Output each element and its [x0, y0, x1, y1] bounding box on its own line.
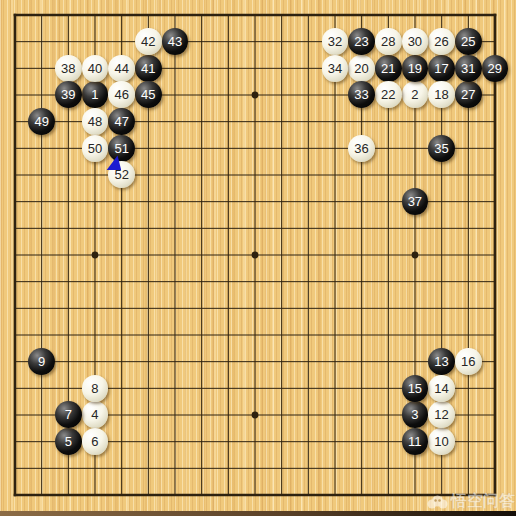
stone-white-36[interactable]: 36: [348, 135, 375, 162]
stone-black-17[interactable]: 17: [428, 55, 455, 82]
stone-white-14[interactable]: 14: [428, 375, 455, 402]
stone-white-50[interactable]: 50: [82, 135, 109, 162]
board-point-de[interactable]: 48: [82, 108, 109, 135]
stone-black-9[interactable]: 9: [28, 348, 55, 375]
stone-black-41[interactable]: 41: [135, 55, 162, 82]
board-point-qf[interactable]: 35: [428, 135, 455, 162]
board-point-cp[interactable]: 7: [55, 402, 82, 429]
board-point-ee[interactable]: 47: [108, 108, 135, 135]
stone-black-5[interactable]: 5: [55, 428, 82, 455]
stone-black-43[interactable]: 43: [162, 28, 189, 55]
stone-white-38[interactable]: 38: [55, 55, 82, 82]
stone-white-28[interactable]: 28: [375, 28, 402, 55]
stone-white-20[interactable]: 20: [348, 55, 375, 82]
board-point-ed[interactable]: 46: [108, 82, 135, 109]
board-point-po[interactable]: 15: [402, 375, 429, 402]
board-point-pd[interactable]: 2: [402, 82, 429, 109]
board-point-qb[interactable]: 26: [428, 28, 455, 55]
board-point-nf[interactable]: 36: [348, 135, 375, 162]
board-point-be[interactable]: 49: [28, 108, 55, 135]
stone-white-10[interactable]: 10: [428, 428, 455, 455]
board-point-qn[interactable]: 13: [428, 348, 455, 375]
board-point-ob[interactable]: 28: [375, 28, 402, 55]
board-point-eg[interactable]: 52: [108, 162, 135, 189]
stone-white-2[interactable]: 2: [402, 81, 429, 108]
stone-white-18[interactable]: 18: [428, 81, 455, 108]
board-point-ef[interactable]: 51: [108, 135, 135, 162]
stone-black-21[interactable]: 21: [375, 55, 402, 82]
board-point-fb[interactable]: 42: [135, 28, 162, 55]
board-point-pq[interactable]: 11: [402, 428, 429, 455]
stone-white-8[interactable]: 8: [82, 375, 109, 402]
board-point-pb[interactable]: 30: [402, 28, 429, 55]
stone-black-23[interactable]: 23: [348, 28, 375, 55]
board-point-nb[interactable]: 23: [348, 28, 375, 55]
stone-white-30[interactable]: 30: [402, 28, 429, 55]
board-point-sc[interactable]: 29: [482, 55, 509, 82]
board-point-dq[interactable]: 6: [82, 428, 109, 455]
stone-white-22[interactable]: 22: [375, 81, 402, 108]
board-point-bn[interactable]: 9: [28, 348, 55, 375]
board-point-dc[interactable]: 40: [82, 55, 109, 82]
board-point-mb[interactable]: 32: [322, 28, 349, 55]
stone-white-40[interactable]: 40: [82, 55, 109, 82]
stone-black-1[interactable]: 1: [82, 81, 109, 108]
stone-white-26[interactable]: 26: [428, 28, 455, 55]
stone-white-44[interactable]: 44: [108, 55, 135, 82]
board-point-gb[interactable]: 43: [162, 28, 189, 55]
stone-black-45[interactable]: 45: [135, 81, 162, 108]
stone-white-12[interactable]: 12: [428, 401, 455, 428]
board-point-cq[interactable]: 5: [55, 428, 82, 455]
stone-white-46[interactable]: 46: [108, 81, 135, 108]
stone-black-35[interactable]: 35: [428, 135, 455, 162]
stone-white-34[interactable]: 34: [322, 55, 349, 82]
stone-white-48[interactable]: 48: [82, 108, 109, 135]
stone-white-32[interactable]: 32: [322, 28, 349, 55]
board-point-dd[interactable]: 1: [82, 82, 109, 109]
stone-black-31[interactable]: 31: [455, 55, 482, 82]
stone-black-15[interactable]: 15: [402, 375, 429, 402]
stone-white-6[interactable]: 6: [82, 428, 109, 455]
board-point-do[interactable]: 8: [82, 375, 109, 402]
board-point-df[interactable]: 50: [82, 135, 109, 162]
board-point-nd[interactable]: 33: [348, 82, 375, 109]
board-point-od[interactable]: 22: [375, 82, 402, 109]
board-point-qc[interactable]: 17: [428, 55, 455, 82]
stone-white-52[interactable]: 52: [108, 161, 135, 188]
board-point-dp[interactable]: 4: [82, 402, 109, 429]
stone-black-33[interactable]: 33: [348, 81, 375, 108]
stone-black-51[interactable]: 51: [108, 135, 135, 162]
board-point-qd[interactable]: 18: [428, 82, 455, 109]
stone-black-3[interactable]: 3: [402, 401, 429, 428]
board-point-mc[interactable]: 34: [322, 55, 349, 82]
stone-black-49[interactable]: 49: [28, 108, 55, 135]
board-point-fc[interactable]: 41: [135, 55, 162, 82]
board-point-ph[interactable]: 37: [402, 188, 429, 215]
board-point-rb[interactable]: 25: [455, 28, 482, 55]
board-intersection-grid[interactable]: 1234567891011121314151617181920212223252…: [2, 2, 509, 509]
board-point-rd[interactable]: 27: [455, 82, 482, 109]
stone-black-39[interactable]: 39: [55, 81, 82, 108]
stone-black-37[interactable]: 37: [402, 188, 429, 215]
go-board[interactable]: 1234567891011121314151617181920212223252…: [0, 0, 516, 516]
board-point-rc[interactable]: 31: [455, 55, 482, 82]
stone-black-11[interactable]: 11: [402, 428, 429, 455]
board-point-qq[interactable]: 10: [428, 428, 455, 455]
stone-black-29[interactable]: 29: [482, 55, 509, 82]
board-point-oc[interactable]: 21: [375, 55, 402, 82]
board-point-ec[interactable]: 44: [108, 55, 135, 82]
board-point-cd[interactable]: 39: [55, 82, 82, 109]
board-point-nc[interactable]: 20: [348, 55, 375, 82]
stone-black-7[interactable]: 7: [55, 401, 82, 428]
stone-black-19[interactable]: 19: [402, 55, 429, 82]
stone-black-13[interactable]: 13: [428, 348, 455, 375]
stone-white-16[interactable]: 16: [455, 348, 482, 375]
board-point-pp[interactable]: 3: [402, 402, 429, 429]
board-point-cc[interactable]: 38: [55, 55, 82, 82]
stone-white-4[interactable]: 4: [82, 401, 109, 428]
board-point-pc[interactable]: 19: [402, 55, 429, 82]
board-point-fd[interactable]: 45: [135, 82, 162, 109]
board-point-qo[interactable]: 14: [428, 375, 455, 402]
stone-white-42[interactable]: 42: [135, 28, 162, 55]
stone-black-27[interactable]: 27: [455, 81, 482, 108]
stone-black-47[interactable]: 47: [108, 108, 135, 135]
board-point-rn[interactable]: 16: [455, 348, 482, 375]
board-point-qp[interactable]: 12: [428, 402, 455, 429]
stone-black-25[interactable]: 25: [455, 28, 482, 55]
board-edge-shadow: [0, 511, 516, 516]
